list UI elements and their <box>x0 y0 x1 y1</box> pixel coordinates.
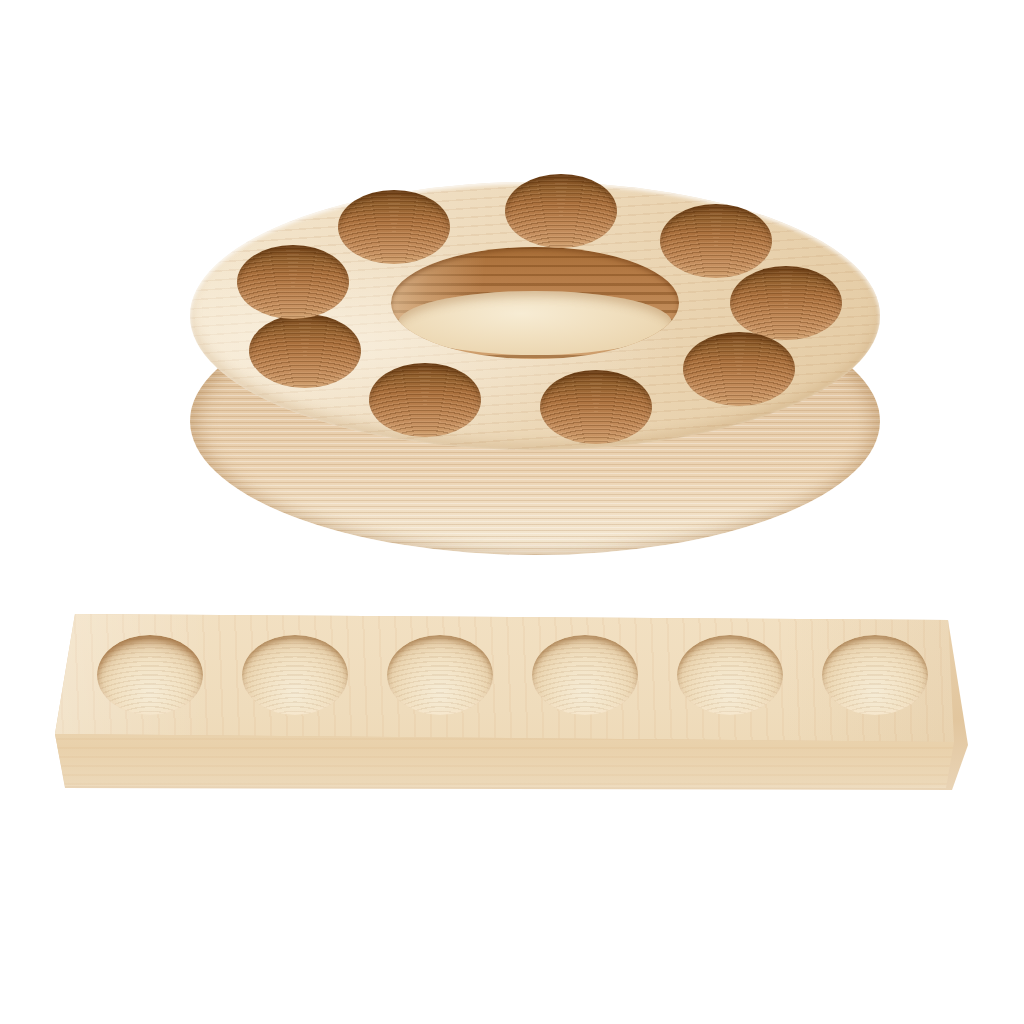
round-pit-8 <box>237 245 349 319</box>
round-pit-6 <box>369 363 481 437</box>
round-board-pits <box>190 182 880 562</box>
bar-pit-1 <box>97 635 203 715</box>
round-pit-9 <box>338 190 450 264</box>
bar-board <box>48 612 968 792</box>
bar-pit-6 <box>822 635 928 715</box>
product-photo-scene <box>0 0 1024 1024</box>
round-pit-5 <box>540 370 652 444</box>
round-pit-7 <box>249 314 361 388</box>
bar-pit-4 <box>532 635 638 715</box>
bar-pit-5 <box>677 635 783 715</box>
round-pit-1 <box>505 174 617 248</box>
round-pit-2 <box>660 204 772 278</box>
round-pit-3 <box>730 266 842 340</box>
bar-pit-3 <box>387 635 493 715</box>
bar-board-pits <box>48 612 968 792</box>
round-pit-4 <box>683 332 795 406</box>
round-board <box>190 182 880 562</box>
bar-pit-2 <box>242 635 348 715</box>
